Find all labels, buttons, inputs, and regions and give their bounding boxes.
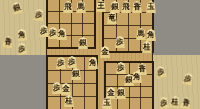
shogi-piece-board-tr[interactable]: 竜 — [107, 12, 117, 24]
shogi-piece-board-bl[interactable]: 金 — [61, 83, 71, 95]
shogi-piece-board-tr[interactable]: 香 — [132, 1, 142, 13]
shogi-piece-board-tl[interactable]: 飛 — [63, 1, 73, 13]
shogi-piece-board-br[interactable]: 銀 — [116, 87, 126, 99]
background-bottom-left — [0, 55, 46, 109]
shogi-piece-board-br[interactable]: 金 — [106, 87, 116, 99]
shogi-piece-board-bl[interactable]: 桂 — [64, 95, 74, 107]
shogi-piece-board-bl[interactable]: 銀 — [71, 68, 81, 80]
shogi-piece-board-br[interactable]: 銀 — [124, 74, 134, 86]
grid-line — [48, 23, 94, 24]
grid-line — [84, 57, 85, 109]
grid-line — [48, 96, 96, 97]
shogi-screenshot: 飛馬歩角銀王銀飛香玉竜馬角歩桂金歩歩角銀歩金桂歩香銀角金銀玉銀歩歩角香歩歩歩歩桂… — [0, 0, 200, 109]
shogi-piece-board-tr[interactable]: 玉 — [146, 1, 156, 13]
shogi-piece-board-tl[interactable]: 馬 — [76, 1, 86, 13]
shogi-piece-board-tr[interactable]: 銀 — [110, 1, 120, 13]
shogi-piece-board-bl[interactable]: 歩 — [52, 82, 62, 94]
shogi-piece-board-br[interactable]: 玉 — [102, 97, 112, 109]
grid-line — [104, 25, 152, 26]
background-top-right — [153, 0, 200, 55]
shogi-piece-board-tr[interactable]: 王 — [96, 0, 106, 12]
shogi-piece-board-br[interactable]: 角 — [132, 71, 142, 83]
shogi-piece-board-tr[interactable]: 飛 — [121, 1, 131, 13]
